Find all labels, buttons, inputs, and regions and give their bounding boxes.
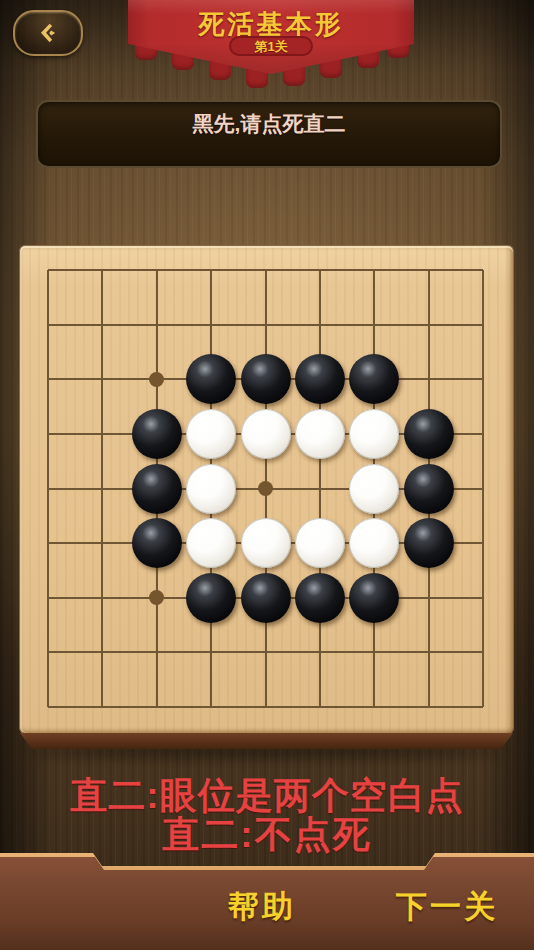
- star-point: [149, 372, 164, 387]
- black-stone: [132, 518, 182, 568]
- white-stone: [186, 518, 236, 568]
- star-point: [149, 590, 164, 605]
- grid-line: [48, 651, 483, 653]
- level-badge: 第1关: [229, 36, 313, 56]
- white-stone: [186, 464, 236, 514]
- level-badge-label: 第1关: [254, 40, 287, 53]
- help-button[interactable]: 帮助: [197, 887, 327, 927]
- white-stone: [349, 464, 399, 514]
- back-button[interactable]: [13, 10, 83, 56]
- black-stone: [132, 464, 182, 514]
- black-stone: [349, 354, 399, 404]
- grid-line: [48, 706, 483, 708]
- white-stone: [349, 518, 399, 568]
- go-board-grid[interactable]: [48, 270, 483, 707]
- back-arrow-icon: [35, 20, 61, 46]
- black-stone: [186, 573, 236, 623]
- level-banner: 死活基本形 第1关: [118, 0, 424, 100]
- black-stone: [404, 464, 454, 514]
- black-stone: [404, 409, 454, 459]
- footer-bar: 帮助 下一关: [0, 851, 534, 950]
- white-stone: [295, 518, 345, 568]
- white-stone: [241, 409, 291, 459]
- instruction-text: 黑先,请点死直二: [38, 110, 500, 138]
- game-screen: 死活基本形 第1关 黑先,请点死直二 直二:眼位是两个空白点 直二:不点死 帮助…: [0, 0, 534, 950]
- black-stone: [132, 409, 182, 459]
- white-stone: [349, 409, 399, 459]
- grid-line: [482, 270, 484, 707]
- black-stone: [295, 354, 345, 404]
- board-base-edge: [20, 733, 513, 749]
- black-stone: [295, 573, 345, 623]
- star-point: [258, 481, 273, 496]
- go-board[interactable]: [20, 246, 513, 733]
- black-stone: [241, 573, 291, 623]
- instruction-box: 黑先,请点死直二: [36, 100, 502, 168]
- white-stone: [295, 409, 345, 459]
- black-stone: [404, 518, 454, 568]
- next-level-button[interactable]: 下一关: [362, 887, 532, 927]
- grid-line: [319, 270, 321, 707]
- black-stone: [186, 354, 236, 404]
- black-stone: [349, 573, 399, 623]
- white-stone: [241, 518, 291, 568]
- black-stone: [241, 354, 291, 404]
- white-stone: [186, 409, 236, 459]
